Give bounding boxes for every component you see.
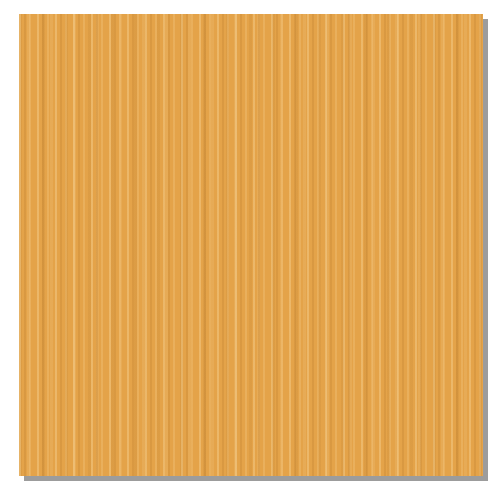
go-board[interactable] bbox=[19, 14, 483, 476]
go-diagram-page bbox=[0, 0, 500, 500]
